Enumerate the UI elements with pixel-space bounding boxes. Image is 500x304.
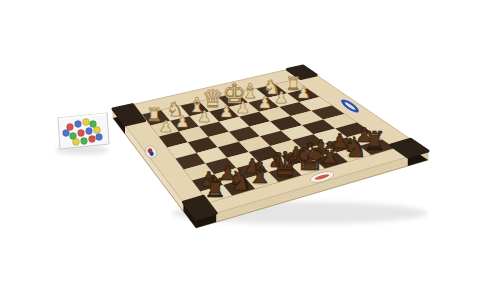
piece-white-pawn-e2: ♟ [236, 98, 250, 117]
piece-white-pawn-f2: ♟ [258, 93, 272, 112]
svg-text:♜: ♜ [363, 126, 386, 156]
svg-text:♟: ♟ [258, 93, 272, 112]
piece-white-pawn-c2: ♟ [197, 107, 211, 126]
piece-white-pawn-h2: ♟ [296, 83, 310, 102]
svg-text:♟: ♟ [274, 88, 288, 107]
piece-black-rook-h8: ♜ [363, 126, 386, 156]
chess-set-scene: ♜♞♝♛♚♝♞♜♟♟♟♟♟♟♟♟♟♟♟♟♟♟♟♟♜♞♝♛♚♝♞♜ [0, 0, 500, 304]
svg-text:♟: ♟ [296, 83, 310, 102]
svg-text:♟: ♟ [159, 117, 173, 136]
svg-text:♟: ♟ [236, 98, 250, 117]
piece-white-pawn-b2: ♟ [175, 112, 189, 131]
svg-text:♝: ♝ [317, 136, 343, 170]
piece-white-pawn-a2: ♟ [159, 117, 173, 136]
piece-white-pawn-g2: ♟ [274, 88, 288, 107]
svg-text:♟: ♟ [197, 107, 211, 126]
svg-text:♟: ♟ [175, 112, 189, 131]
svg-text:♟: ♟ [219, 102, 233, 121]
piece-black-bishop-f8: ♝ [317, 136, 343, 170]
svg-text:♜: ♜ [203, 173, 226, 203]
colored-tokens-bag [58, 113, 109, 149]
product-photo: ♜♞♝♛♚♝♞♜♟♟♟♟♟♟♟♟♟♟♟♟♟♟♟♟♜♞♝♛♚♝♞♜ [0, 0, 500, 304]
piece-black-rook-a8: ♜ [203, 173, 226, 203]
piece-white-pawn-d2: ♟ [219, 102, 233, 121]
